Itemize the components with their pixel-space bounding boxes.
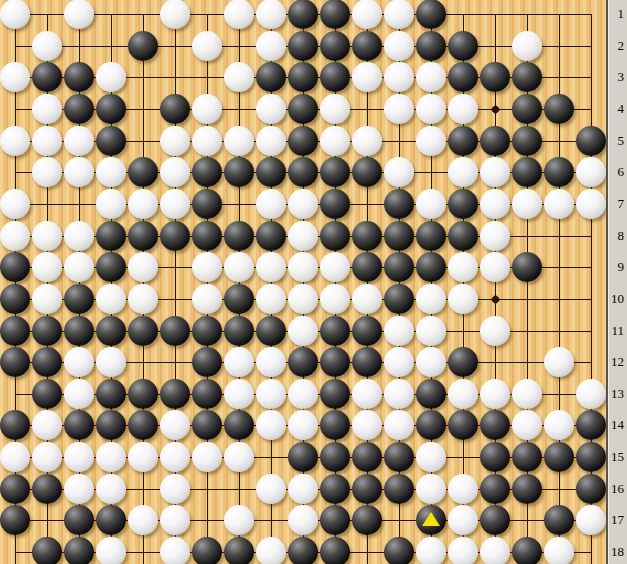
white-stone <box>416 474 446 504</box>
white-stone <box>32 31 62 61</box>
white-stone <box>32 221 62 251</box>
triangle-marker-icon <box>422 512 440 526</box>
hoshi-point <box>491 295 501 305</box>
black-stone <box>96 126 126 156</box>
black-stone <box>160 94 190 124</box>
black-stone <box>512 94 542 124</box>
black-stone <box>384 221 414 251</box>
black-stone <box>448 62 478 92</box>
black-stone <box>96 252 126 282</box>
white-stone <box>544 189 574 219</box>
white-stone <box>96 189 126 219</box>
white-stone <box>480 252 510 282</box>
white-stone <box>384 94 414 124</box>
white-stone <box>256 252 286 282</box>
white-stone <box>128 442 158 472</box>
white-stone <box>32 442 62 472</box>
black-stone <box>512 252 542 282</box>
white-stone <box>448 94 478 124</box>
black-stone <box>224 284 254 314</box>
white-stone <box>384 62 414 92</box>
white-stone <box>448 379 478 409</box>
black-stone <box>128 157 158 187</box>
black-stone <box>416 410 446 440</box>
black-stone <box>576 442 606 472</box>
white-stone <box>416 284 446 314</box>
black-stone <box>32 474 62 504</box>
row-label: 5 <box>608 133 624 149</box>
white-stone <box>128 252 158 282</box>
black-stone <box>32 379 62 409</box>
black-stone <box>160 316 190 346</box>
black-stone <box>480 474 510 504</box>
white-stone <box>512 31 542 61</box>
white-stone <box>224 0 254 29</box>
black-stone <box>288 0 318 29</box>
black-stone <box>448 347 478 377</box>
row-label: 18 <box>608 544 624 560</box>
black-stone <box>96 410 126 440</box>
black-stone <box>192 379 222 409</box>
black-stone <box>320 31 350 61</box>
black-stone <box>0 410 30 440</box>
black-stone <box>128 316 158 346</box>
white-stone <box>288 284 318 314</box>
black-stone <box>512 537 542 564</box>
white-stone <box>256 189 286 219</box>
white-stone <box>288 252 318 282</box>
black-stone <box>544 442 574 472</box>
white-stone <box>480 221 510 251</box>
white-stone <box>160 0 190 29</box>
black-stone <box>32 62 62 92</box>
white-stone <box>256 126 286 156</box>
white-stone <box>416 347 446 377</box>
white-stone <box>320 252 350 282</box>
black-stone <box>224 157 254 187</box>
black-stone <box>64 316 94 346</box>
black-stone <box>128 410 158 440</box>
black-stone <box>288 347 318 377</box>
black-stone <box>384 474 414 504</box>
row-label: 3 <box>608 69 624 85</box>
black-stone <box>96 316 126 346</box>
white-stone <box>512 189 542 219</box>
black-stone <box>544 505 574 535</box>
black-stone <box>128 31 158 61</box>
white-stone <box>416 94 446 124</box>
white-stone <box>448 157 478 187</box>
white-stone <box>192 31 222 61</box>
white-stone <box>512 379 542 409</box>
black-stone <box>256 316 286 346</box>
white-stone <box>320 284 350 314</box>
black-stone <box>320 505 350 535</box>
black-stone <box>352 157 382 187</box>
row-label: 13 <box>608 386 624 402</box>
white-stone <box>0 62 30 92</box>
white-stone <box>256 347 286 377</box>
white-stone <box>576 379 606 409</box>
black-stone <box>320 316 350 346</box>
white-stone <box>160 505 190 535</box>
black-stone <box>320 379 350 409</box>
white-stone <box>384 316 414 346</box>
black-stone <box>64 284 94 314</box>
white-stone <box>416 189 446 219</box>
black-stone <box>288 537 318 564</box>
black-stone <box>320 221 350 251</box>
black-stone <box>256 221 286 251</box>
white-stone <box>352 126 382 156</box>
white-stone <box>448 252 478 282</box>
white-stone <box>0 126 30 156</box>
black-stone <box>224 410 254 440</box>
black-stone <box>0 316 30 346</box>
white-stone <box>64 252 94 282</box>
row-label: 16 <box>608 481 624 497</box>
black-stone <box>352 221 382 251</box>
black-stone <box>0 347 30 377</box>
row-label: 1 <box>608 6 624 22</box>
white-stone <box>96 474 126 504</box>
white-stone <box>416 537 446 564</box>
black-stone <box>448 189 478 219</box>
black-stone <box>192 189 222 219</box>
black-stone <box>0 474 30 504</box>
black-stone <box>192 221 222 251</box>
black-stone <box>384 537 414 564</box>
white-stone <box>352 62 382 92</box>
row-label: 8 <box>608 228 624 244</box>
black-stone <box>320 442 350 472</box>
row-label: 4 <box>608 101 624 117</box>
white-stone <box>32 284 62 314</box>
black-stone <box>224 316 254 346</box>
row-label: 2 <box>608 38 624 54</box>
white-stone <box>576 157 606 187</box>
white-stone <box>544 537 574 564</box>
white-stone <box>0 442 30 472</box>
white-stone <box>224 126 254 156</box>
black-stone <box>576 126 606 156</box>
white-stone <box>32 252 62 282</box>
black-stone <box>320 0 350 29</box>
white-stone <box>96 62 126 92</box>
black-stone <box>512 62 542 92</box>
white-stone <box>32 126 62 156</box>
black-stone <box>96 221 126 251</box>
black-stone <box>416 505 446 535</box>
white-stone <box>224 505 254 535</box>
black-stone <box>224 221 254 251</box>
white-stone <box>160 126 190 156</box>
black-stone <box>320 474 350 504</box>
row-label: 6 <box>608 164 624 180</box>
black-stone <box>0 284 30 314</box>
row-label: 10 <box>608 291 624 307</box>
white-stone <box>416 316 446 346</box>
go-board[interactable]: 123456789101112131415161718 <box>0 0 627 564</box>
white-stone <box>224 252 254 282</box>
black-stone <box>384 252 414 282</box>
white-stone <box>288 505 318 535</box>
black-stone <box>64 410 94 440</box>
white-stone <box>160 442 190 472</box>
black-stone <box>128 221 158 251</box>
white-stone <box>480 537 510 564</box>
black-stone <box>192 537 222 564</box>
white-stone <box>256 379 286 409</box>
white-stone <box>256 31 286 61</box>
black-stone <box>448 410 478 440</box>
white-stone <box>480 189 510 219</box>
white-stone <box>352 379 382 409</box>
black-stone <box>416 379 446 409</box>
black-stone <box>192 316 222 346</box>
white-stone <box>480 157 510 187</box>
black-stone <box>256 157 286 187</box>
black-stone <box>96 379 126 409</box>
white-stone <box>384 379 414 409</box>
white-stone <box>416 442 446 472</box>
row-label: 15 <box>608 449 624 465</box>
white-stone <box>288 474 318 504</box>
black-stone <box>64 62 94 92</box>
white-stone <box>128 284 158 314</box>
black-stone <box>320 537 350 564</box>
white-stone <box>288 410 318 440</box>
black-stone <box>96 94 126 124</box>
black-stone <box>448 221 478 251</box>
black-stone <box>32 347 62 377</box>
white-stone <box>160 157 190 187</box>
white-stone <box>192 126 222 156</box>
white-stone <box>576 505 606 535</box>
white-stone <box>448 537 478 564</box>
white-stone <box>64 379 94 409</box>
white-stone <box>448 505 478 535</box>
black-stone <box>96 505 126 535</box>
black-stone <box>64 505 94 535</box>
white-stone <box>96 442 126 472</box>
row-label: 7 <box>608 196 624 212</box>
white-stone <box>384 0 414 29</box>
black-stone <box>384 442 414 472</box>
coordinate-strip: 123456789101112131415161718 <box>608 0 627 564</box>
white-stone <box>320 126 350 156</box>
hoshi-point <box>491 105 501 115</box>
white-stone <box>384 157 414 187</box>
black-stone <box>0 505 30 535</box>
black-stone <box>192 347 222 377</box>
white-stone <box>384 31 414 61</box>
white-stone <box>32 410 62 440</box>
black-stone <box>160 379 190 409</box>
white-stone <box>256 94 286 124</box>
white-stone <box>352 284 382 314</box>
black-stone <box>352 31 382 61</box>
white-stone <box>256 0 286 29</box>
white-stone <box>448 284 478 314</box>
black-stone <box>448 126 478 156</box>
white-stone <box>96 157 126 187</box>
white-stone <box>64 347 94 377</box>
black-stone <box>512 157 542 187</box>
row-label: 17 <box>608 512 624 528</box>
black-stone <box>480 410 510 440</box>
white-stone <box>160 189 190 219</box>
row-label: 9 <box>608 259 624 275</box>
black-stone <box>288 31 318 61</box>
black-stone <box>352 505 382 535</box>
white-stone <box>512 410 542 440</box>
white-stone <box>96 347 126 377</box>
white-stone <box>64 126 94 156</box>
white-stone <box>224 442 254 472</box>
white-stone <box>224 62 254 92</box>
black-stone <box>544 94 574 124</box>
white-stone <box>288 189 318 219</box>
white-stone <box>544 347 574 377</box>
black-stone <box>192 157 222 187</box>
black-stone <box>256 62 286 92</box>
white-stone <box>544 410 574 440</box>
black-stone <box>352 347 382 377</box>
white-stone <box>64 474 94 504</box>
white-stone <box>128 189 158 219</box>
black-stone <box>160 221 190 251</box>
white-stone <box>128 505 158 535</box>
black-stone <box>320 157 350 187</box>
white-stone <box>64 221 94 251</box>
white-stone <box>448 474 478 504</box>
white-stone <box>480 379 510 409</box>
black-stone <box>416 252 446 282</box>
white-stone <box>352 0 382 29</box>
black-stone <box>480 62 510 92</box>
white-stone <box>64 157 94 187</box>
black-stone <box>352 252 382 282</box>
black-stone <box>288 157 318 187</box>
row-label: 14 <box>608 417 624 433</box>
white-stone <box>224 347 254 377</box>
black-stone <box>512 126 542 156</box>
white-stone <box>64 0 94 29</box>
white-stone <box>320 94 350 124</box>
black-stone <box>128 379 158 409</box>
white-stone <box>288 379 318 409</box>
black-stone <box>32 316 62 346</box>
black-stone <box>32 537 62 564</box>
black-stone <box>480 442 510 472</box>
white-stone <box>576 189 606 219</box>
white-stone <box>256 410 286 440</box>
white-stone <box>192 252 222 282</box>
black-stone <box>416 31 446 61</box>
black-stone <box>64 94 94 124</box>
black-stone <box>576 410 606 440</box>
white-stone <box>352 410 382 440</box>
black-stone <box>480 505 510 535</box>
black-stone <box>288 94 318 124</box>
white-stone <box>384 410 414 440</box>
white-stone <box>256 474 286 504</box>
white-stone <box>32 94 62 124</box>
black-stone <box>288 126 318 156</box>
black-stone <box>352 316 382 346</box>
white-stone <box>256 284 286 314</box>
black-stone <box>320 347 350 377</box>
black-stone <box>512 442 542 472</box>
black-stone <box>448 31 478 61</box>
white-stone <box>160 474 190 504</box>
white-stone <box>384 347 414 377</box>
white-stone <box>64 442 94 472</box>
white-stone <box>416 62 446 92</box>
black-stone <box>352 474 382 504</box>
black-stone <box>576 474 606 504</box>
black-stone <box>320 62 350 92</box>
black-stone <box>224 537 254 564</box>
white-stone <box>96 284 126 314</box>
black-stone <box>288 62 318 92</box>
white-stone <box>480 316 510 346</box>
white-stone <box>192 94 222 124</box>
white-stone <box>0 189 30 219</box>
white-stone <box>0 221 30 251</box>
white-stone <box>288 221 318 251</box>
black-stone <box>384 284 414 314</box>
black-stone <box>64 537 94 564</box>
black-stone <box>320 410 350 440</box>
white-stone <box>288 316 318 346</box>
white-stone <box>160 410 190 440</box>
white-stone <box>192 442 222 472</box>
black-stone <box>0 252 30 282</box>
black-stone <box>544 157 574 187</box>
black-stone <box>352 442 382 472</box>
black-stone <box>320 189 350 219</box>
row-label: 12 <box>608 354 624 370</box>
black-stone <box>416 0 446 29</box>
white-stone <box>32 157 62 187</box>
black-stone <box>288 442 318 472</box>
row-label: 11 <box>608 323 624 339</box>
white-stone <box>416 126 446 156</box>
black-stone <box>384 189 414 219</box>
black-stone <box>480 126 510 156</box>
black-stone <box>192 410 222 440</box>
white-stone <box>96 537 126 564</box>
white-stone <box>160 537 190 564</box>
black-stone <box>416 221 446 251</box>
black-stone <box>512 474 542 504</box>
white-stone <box>192 284 222 314</box>
white-stone <box>0 0 30 29</box>
white-stone <box>256 537 286 564</box>
white-stone <box>224 379 254 409</box>
